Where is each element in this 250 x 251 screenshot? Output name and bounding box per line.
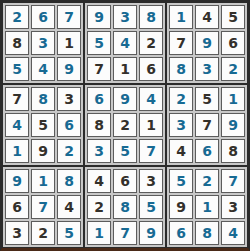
cell-r7c9[interactable]: 7 [221,169,245,193]
sudoku-box-8: 463285179 [84,166,166,248]
cell-r1c6[interactable]: 8 [139,5,163,29]
cell-r9c6[interactable]: 9 [139,221,163,245]
cell-r6c9[interactable]: 8 [221,139,245,163]
cell-r3c5[interactable]: 1 [113,57,137,81]
cell-r2c5[interactable]: 4 [113,31,137,55]
cell-r3c7[interactable]: 8 [169,57,193,81]
cell-r7c3[interactable]: 8 [57,169,81,193]
cell-r2c9[interactable]: 6 [221,31,245,55]
cell-r1c7[interactable]: 1 [169,5,193,29]
cell-r3c3[interactable]: 9 [57,57,81,81]
cell-r8c8[interactable]: 1 [195,195,219,219]
cell-r6c5[interactable]: 5 [113,139,137,163]
cell-r8c3[interactable]: 4 [57,195,81,219]
cell-r3c9[interactable]: 2 [221,57,245,81]
cell-r4c3[interactable]: 3 [57,87,81,111]
cell-r6c8[interactable]: 6 [195,139,219,163]
sudoku-box-7: 918674325 [2,166,84,248]
cell-r4c4[interactable]: 6 [87,87,111,111]
cell-r2c6[interactable]: 2 [139,31,163,55]
sudoku-box-3: 145796832 [166,2,248,84]
cell-r7c2[interactable]: 1 [31,169,55,193]
sudoku-box-4: 783456192 [2,84,84,166]
cell-r4c6[interactable]: 4 [139,87,163,111]
cell-r8c7[interactable]: 9 [169,195,193,219]
cell-r9c1[interactable]: 3 [5,221,29,245]
cell-r5c3[interactable]: 6 [57,113,81,137]
cell-r6c4[interactable]: 3 [87,139,111,163]
cell-r7c8[interactable]: 2 [195,169,219,193]
cell-r6c7[interactable]: 4 [169,139,193,163]
sudoku-box-6: 251379468 [166,84,248,166]
cell-r6c2[interactable]: 9 [31,139,55,163]
cell-r5c5[interactable]: 2 [113,113,137,137]
cell-r2c8[interactable]: 9 [195,31,219,55]
sudoku-box-2: 938542716 [84,2,166,84]
cell-r5c4[interactable]: 8 [87,113,111,137]
cell-r7c1[interactable]: 9 [5,169,29,193]
cell-r1c3[interactable]: 7 [57,5,81,29]
cell-r7c6[interactable]: 3 [139,169,163,193]
cell-r2c4[interactable]: 5 [87,31,111,55]
cell-r5c2[interactable]: 5 [31,113,55,137]
cell-r9c3[interactable]: 5 [57,221,81,245]
cell-r1c8[interactable]: 4 [195,5,219,29]
cell-r9c4[interactable]: 1 [87,221,111,245]
cell-r2c2[interactable]: 3 [31,31,55,55]
cell-r8c2[interactable]: 7 [31,195,55,219]
cell-r8c6[interactable]: 5 [139,195,163,219]
cell-r5c6[interactable]: 1 [139,113,163,137]
cell-r1c9[interactable]: 5 [221,5,245,29]
cell-r5c1[interactable]: 4 [5,113,29,137]
cell-r5c7[interactable]: 3 [169,113,193,137]
cell-r4c7[interactable]: 2 [169,87,193,111]
sudoku-box-9: 527913684 [166,166,248,248]
cell-r9c8[interactable]: 8 [195,221,219,245]
cell-r9c5[interactable]: 7 [113,221,137,245]
cell-r7c7[interactable]: 5 [169,169,193,193]
cell-r8c9[interactable]: 3 [221,195,245,219]
cell-r6c3[interactable]: 2 [57,139,81,163]
cell-r3c8[interactable]: 3 [195,57,219,81]
cell-r9c2[interactable]: 2 [31,221,55,245]
sudoku-board: 2678315499385427161457968327834561926948… [0,0,250,251]
cell-r8c1[interactable]: 6 [5,195,29,219]
cell-r7c5[interactable]: 6 [113,169,137,193]
cell-r5c9[interactable]: 9 [221,113,245,137]
cell-r5c8[interactable]: 7 [195,113,219,137]
cell-r9c9[interactable]: 4 [221,221,245,245]
cell-r4c2[interactable]: 8 [31,87,55,111]
cell-r3c4[interactable]: 7 [87,57,111,81]
cell-r9c7[interactable]: 6 [169,221,193,245]
cell-r2c3[interactable]: 1 [57,31,81,55]
cell-r1c1[interactable]: 2 [5,5,29,29]
cell-r1c2[interactable]: 6 [31,5,55,29]
cell-r4c5[interactable]: 9 [113,87,137,111]
cell-r8c4[interactable]: 2 [87,195,111,219]
sudoku-box-5: 694821357 [84,84,166,166]
cell-r8c5[interactable]: 8 [113,195,137,219]
cell-r3c1[interactable]: 5 [5,57,29,81]
cell-r1c4[interactable]: 9 [87,5,111,29]
cell-r2c1[interactable]: 8 [5,31,29,55]
sudoku-box-1: 267831549 [2,2,84,84]
cell-r7c4[interactable]: 4 [87,169,111,193]
cell-r4c1[interactable]: 7 [5,87,29,111]
cell-r6c6[interactable]: 7 [139,139,163,163]
cell-r3c2[interactable]: 4 [31,57,55,81]
cell-r2c7[interactable]: 7 [169,31,193,55]
cell-r6c1[interactable]: 1 [5,139,29,163]
cell-r1c5[interactable]: 3 [113,5,137,29]
cell-r3c6[interactable]: 6 [139,57,163,81]
cell-r4c8[interactable]: 5 [195,87,219,111]
cell-r4c9[interactable]: 1 [221,87,245,111]
